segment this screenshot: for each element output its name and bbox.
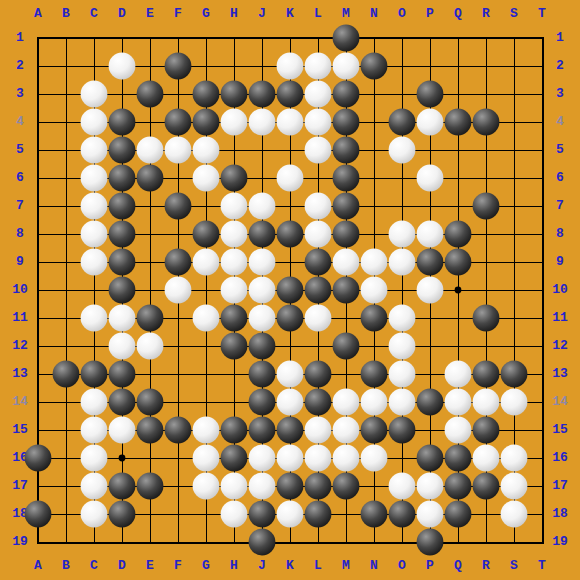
- white-stone: [81, 445, 108, 472]
- black-stone: [25, 501, 52, 528]
- white-stone: [81, 249, 108, 276]
- black-stone: [305, 249, 332, 276]
- white-stone: [417, 165, 444, 192]
- white-stone: [277, 501, 304, 528]
- white-stone: [501, 501, 528, 528]
- black-stone: [221, 305, 248, 332]
- black-stone: [109, 249, 136, 276]
- black-stone: [137, 417, 164, 444]
- white-stone: [277, 165, 304, 192]
- black-stone: [361, 501, 388, 528]
- black-stone: [277, 305, 304, 332]
- black-stone: [109, 277, 136, 304]
- black-stone: [137, 389, 164, 416]
- black-stone: [333, 473, 360, 500]
- black-stone: [445, 501, 472, 528]
- black-stone: [501, 361, 528, 388]
- white-stone: [361, 445, 388, 472]
- black-stone: [473, 473, 500, 500]
- black-stone: [109, 501, 136, 528]
- white-stone: [417, 501, 444, 528]
- white-stone: [81, 137, 108, 164]
- white-stone: [81, 109, 108, 136]
- black-stone: [249, 81, 276, 108]
- black-stone: [165, 249, 192, 276]
- white-stone: [417, 277, 444, 304]
- white-stone: [193, 417, 220, 444]
- black-stone: [109, 109, 136, 136]
- black-stone: [417, 529, 444, 556]
- white-stone: [305, 193, 332, 220]
- black-stone: [361, 417, 388, 444]
- white-stone: [165, 277, 192, 304]
- black-stone: [193, 109, 220, 136]
- black-stone: [333, 137, 360, 164]
- black-stone: [389, 417, 416, 444]
- black-stone: [249, 501, 276, 528]
- black-stone: [417, 249, 444, 276]
- black-stone: [277, 277, 304, 304]
- black-stone: [473, 305, 500, 332]
- white-stone: [305, 445, 332, 472]
- black-stone: [137, 473, 164, 500]
- white-stone: [389, 389, 416, 416]
- white-stone: [389, 473, 416, 500]
- white-stone: [109, 333, 136, 360]
- black-stone: [277, 417, 304, 444]
- black-stone: [221, 165, 248, 192]
- white-stone: [221, 249, 248, 276]
- white-stone: [81, 389, 108, 416]
- black-stone: [445, 473, 472, 500]
- white-stone: [445, 389, 472, 416]
- black-stone: [249, 221, 276, 248]
- white-stone: [305, 53, 332, 80]
- black-stone: [109, 137, 136, 164]
- black-stone: [277, 81, 304, 108]
- black-stone: [109, 361, 136, 388]
- white-stone: [221, 501, 248, 528]
- white-stone: [249, 305, 276, 332]
- black-stone: [445, 249, 472, 276]
- black-stone: [305, 389, 332, 416]
- white-stone: [193, 305, 220, 332]
- black-stone: [473, 193, 500, 220]
- white-stone: [221, 277, 248, 304]
- black-stone: [417, 445, 444, 472]
- black-stone: [333, 81, 360, 108]
- black-stone: [221, 333, 248, 360]
- black-stone: [473, 109, 500, 136]
- black-stone: [333, 165, 360, 192]
- white-stone: [249, 277, 276, 304]
- white-stone: [333, 53, 360, 80]
- white-stone: [277, 109, 304, 136]
- black-stone: [221, 445, 248, 472]
- black-stone: [137, 81, 164, 108]
- black-stone: [305, 473, 332, 500]
- black-stone: [473, 361, 500, 388]
- black-stone: [109, 473, 136, 500]
- star-point: [119, 455, 126, 462]
- black-stone: [333, 25, 360, 52]
- white-stone: [417, 221, 444, 248]
- white-stone: [193, 165, 220, 192]
- white-stone: [81, 501, 108, 528]
- goban-grid[interactable]: [0, 0, 580, 580]
- white-stone: [81, 473, 108, 500]
- black-stone: [221, 81, 248, 108]
- white-stone: [305, 109, 332, 136]
- black-stone: [361, 53, 388, 80]
- white-stone: [277, 445, 304, 472]
- white-stone: [221, 473, 248, 500]
- black-stone: [109, 389, 136, 416]
- white-stone: [109, 53, 136, 80]
- black-stone: [445, 445, 472, 472]
- black-stone: [445, 221, 472, 248]
- black-stone: [81, 361, 108, 388]
- white-stone: [361, 389, 388, 416]
- white-stone: [417, 109, 444, 136]
- black-stone: [137, 305, 164, 332]
- black-stone: [445, 109, 472, 136]
- black-stone: [361, 305, 388, 332]
- white-stone: [361, 249, 388, 276]
- white-stone: [333, 417, 360, 444]
- go-board[interactable]: ABCDEFGHJKLMNOPQRST ABCDEFGHJKLMNOPQRST …: [0, 0, 580, 580]
- white-stone: [305, 305, 332, 332]
- white-stone: [501, 389, 528, 416]
- white-stone: [81, 417, 108, 444]
- black-stone: [417, 389, 444, 416]
- white-stone: [81, 193, 108, 220]
- white-stone: [277, 389, 304, 416]
- white-stone: [193, 249, 220, 276]
- black-stone: [221, 417, 248, 444]
- white-stone: [221, 193, 248, 220]
- white-stone: [193, 137, 220, 164]
- white-stone: [109, 417, 136, 444]
- white-stone: [193, 445, 220, 472]
- black-stone: [333, 109, 360, 136]
- white-stone: [109, 305, 136, 332]
- white-stone: [81, 165, 108, 192]
- white-stone: [389, 361, 416, 388]
- white-stone: [137, 137, 164, 164]
- black-stone: [333, 221, 360, 248]
- white-stone: [333, 445, 360, 472]
- black-stone: [165, 53, 192, 80]
- black-stone: [389, 501, 416, 528]
- black-stone: [249, 333, 276, 360]
- white-stone: [389, 221, 416, 248]
- black-stone: [137, 165, 164, 192]
- white-stone: [249, 473, 276, 500]
- white-stone: [389, 333, 416, 360]
- black-stone: [53, 361, 80, 388]
- black-stone: [305, 501, 332, 528]
- black-stone: [193, 221, 220, 248]
- white-stone: [305, 81, 332, 108]
- black-stone: [333, 193, 360, 220]
- star-point: [455, 287, 462, 294]
- black-stone: [165, 109, 192, 136]
- black-stone: [305, 361, 332, 388]
- white-stone: [277, 361, 304, 388]
- white-stone: [249, 445, 276, 472]
- white-stone: [417, 473, 444, 500]
- black-stone: [277, 221, 304, 248]
- black-stone: [109, 193, 136, 220]
- white-stone: [501, 445, 528, 472]
- black-stone: [249, 389, 276, 416]
- white-stone: [389, 305, 416, 332]
- black-stone: [333, 277, 360, 304]
- white-stone: [473, 445, 500, 472]
- white-stone: [81, 81, 108, 108]
- black-stone: [473, 417, 500, 444]
- black-stone: [249, 361, 276, 388]
- black-stone: [25, 445, 52, 472]
- white-stone: [361, 277, 388, 304]
- white-stone: [277, 53, 304, 80]
- white-stone: [221, 221, 248, 248]
- white-stone: [389, 249, 416, 276]
- black-stone: [165, 193, 192, 220]
- black-stone: [193, 81, 220, 108]
- white-stone: [193, 473, 220, 500]
- white-stone: [305, 417, 332, 444]
- white-stone: [333, 389, 360, 416]
- white-stone: [445, 361, 472, 388]
- white-stone: [249, 193, 276, 220]
- black-stone: [333, 333, 360, 360]
- white-stone: [473, 389, 500, 416]
- white-stone: [333, 249, 360, 276]
- black-stone: [249, 529, 276, 556]
- black-stone: [417, 81, 444, 108]
- white-stone: [221, 109, 248, 136]
- white-stone: [249, 249, 276, 276]
- black-stone: [109, 221, 136, 248]
- white-stone: [445, 417, 472, 444]
- white-stone: [81, 221, 108, 248]
- black-stone: [361, 361, 388, 388]
- white-stone: [305, 221, 332, 248]
- white-stone: [137, 333, 164, 360]
- black-stone: [165, 417, 192, 444]
- white-stone: [81, 305, 108, 332]
- white-stone: [389, 137, 416, 164]
- white-stone: [501, 473, 528, 500]
- black-stone: [277, 473, 304, 500]
- white-stone: [165, 137, 192, 164]
- black-stone: [305, 277, 332, 304]
- black-stone: [109, 165, 136, 192]
- white-stone: [305, 137, 332, 164]
- black-stone: [389, 109, 416, 136]
- white-stone: [249, 109, 276, 136]
- black-stone: [249, 417, 276, 444]
